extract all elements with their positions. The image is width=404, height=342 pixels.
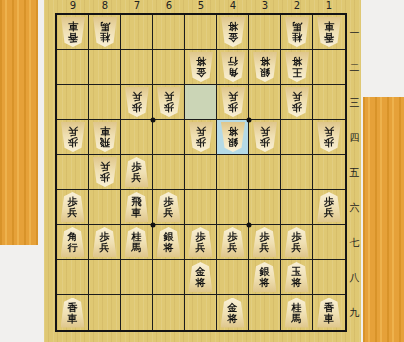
cell-3六[interactable] <box>249 190 281 225</box>
gote-silver-general[interactable]: 銀将 <box>252 52 277 82</box>
piece-kanji: 飛 <box>132 196 142 207</box>
piece-kanji: 将 <box>196 277 206 288</box>
piece-kanji: 銀 <box>260 266 270 277</box>
hoshi-dot <box>247 223 252 228</box>
cell-7七[interactable]: 桂馬 <box>121 225 153 260</box>
sente-knight[interactable]: 桂馬 <box>284 298 309 328</box>
gote-silver-general[interactable]: 銀将 <box>220 122 245 152</box>
piece-kanji: 兵 <box>324 207 334 218</box>
cell-1三[interactable] <box>313 85 345 120</box>
gote-pawn[interactable]: 歩兵 <box>188 122 213 152</box>
rank-label-三: 三 <box>348 85 361 120</box>
piece-kanji: 歩 <box>292 231 302 242</box>
cell-3四[interactable]: 歩兵 <box>249 120 281 155</box>
piece-kanji: 兵 <box>164 207 174 218</box>
piece-kanji: 金 <box>196 67 206 78</box>
cell-7八[interactable] <box>121 260 153 295</box>
sente-pawn[interactable]: 歩兵 <box>317 192 342 222</box>
cell-2七[interactable]: 歩兵 <box>281 225 313 260</box>
gote-lance[interactable]: 香車 <box>60 17 85 47</box>
cell-4九[interactable]: 金将 <box>217 295 249 330</box>
cell-3二[interactable]: 銀将 <box>249 50 281 85</box>
gote-pawn[interactable]: 歩兵 <box>252 122 277 152</box>
gote-pawn[interactable]: 歩兵 <box>284 87 309 117</box>
cell-1四[interactable]: 歩兵 <box>313 120 345 155</box>
cell-6二[interactable] <box>153 50 185 85</box>
piece-kanji: 将 <box>260 56 270 67</box>
piece-kanji: 歩 <box>228 102 238 113</box>
piece-kanji: 将 <box>292 56 302 67</box>
cell-2四[interactable] <box>281 120 313 155</box>
rank-label-四: 四 <box>348 120 361 155</box>
piece-kanji: 歩 <box>324 137 334 148</box>
piece-kanji: 金 <box>228 302 238 313</box>
cell-8二[interactable] <box>89 50 121 85</box>
cell-7二[interactable] <box>121 50 153 85</box>
cell-9二[interactable] <box>57 50 89 85</box>
cell-7一[interactable] <box>121 15 153 50</box>
file-label-4: 4 <box>217 0 249 12</box>
cell-9六[interactable]: 歩兵 <box>57 190 89 225</box>
gote-pawn[interactable]: 歩兵 <box>92 157 117 187</box>
cell-3九[interactable] <box>249 295 281 330</box>
piece-kanji: 兵 <box>292 91 302 102</box>
cell-2九[interactable]: 桂馬 <box>281 295 313 330</box>
rank-label-七: 七 <box>348 225 361 260</box>
cell-4八[interactable] <box>217 260 249 295</box>
cell-6九[interactable] <box>153 295 185 330</box>
piece-kanji: 歩 <box>228 231 238 242</box>
piece-kanji: 歩 <box>100 231 110 242</box>
file-label-6: 6 <box>153 0 185 12</box>
cell-5一[interactable] <box>185 15 217 50</box>
gote-gold-general[interactable]: 金将 <box>220 17 245 47</box>
piece-kanji: 飛 <box>100 137 110 148</box>
board-grid: 香車桂馬金将桂馬香車金将角行銀将王将歩兵歩兵歩兵歩兵歩兵飛車歩兵銀将歩兵歩兵歩兵… <box>55 13 347 332</box>
rank-label-二: 二 <box>348 50 361 85</box>
cell-6八[interactable] <box>153 260 185 295</box>
piece-kanji: 車 <box>324 21 334 32</box>
rank-label-九: 九 <box>348 295 361 330</box>
cell-9七[interactable]: 角行 <box>57 225 89 260</box>
cell-8八[interactable] <box>89 260 121 295</box>
piece-kanji: 角 <box>228 67 238 78</box>
piece-kanji: 兵 <box>228 91 238 102</box>
cell-2五[interactable] <box>281 155 313 190</box>
shogi-app-screen: 987654321 一二三四五六七八九 香車桂馬金将桂馬香車金将角行銀将王将歩兵… <box>0 0 404 342</box>
cell-5八[interactable]: 金将 <box>185 260 217 295</box>
rank-label-五: 五 <box>348 155 361 190</box>
file-label-8: 8 <box>89 0 121 12</box>
cell-8六[interactable] <box>89 190 121 225</box>
cell-3一[interactable] <box>249 15 281 50</box>
piece-kanji: 歩 <box>196 231 206 242</box>
cell-8一[interactable]: 桂馬 <box>89 15 121 50</box>
cell-1九[interactable]: 香車 <box>313 295 345 330</box>
cell-8九[interactable] <box>89 295 121 330</box>
piece-kanji: 歩 <box>260 137 270 148</box>
gote-pawn[interactable]: 歩兵 <box>60 122 85 152</box>
gote-pawn[interactable]: 歩兵 <box>124 87 149 117</box>
cell-5四[interactable]: 歩兵 <box>185 120 217 155</box>
gote-gold-general[interactable]: 金将 <box>188 52 213 82</box>
sente-gold-general[interactable]: 金将 <box>220 298 245 328</box>
piece-kanji: 馬 <box>100 21 110 32</box>
cell-9三[interactable] <box>57 85 89 120</box>
piece-kanji: 兵 <box>260 126 270 137</box>
cell-6一[interactable] <box>153 15 185 50</box>
cell-4二[interactable]: 角行 <box>217 50 249 85</box>
rank-labels: 一二三四五六七八九 <box>348 15 361 330</box>
piece-kanji: 行 <box>228 56 238 67</box>
sente-rook[interactable]: 飛車 <box>124 192 149 222</box>
gote-pawn[interactable]: 歩兵 <box>220 87 245 117</box>
cell-1五[interactable] <box>313 155 345 190</box>
piece-kanji: 兵 <box>292 242 302 253</box>
gote-rook[interactable]: 飛車 <box>92 122 117 152</box>
cell-1六[interactable]: 歩兵 <box>313 190 345 225</box>
piece-kanji: 兵 <box>132 91 142 102</box>
piece-kanji: 銀 <box>228 137 238 148</box>
piece-kanji: 将 <box>228 126 238 137</box>
sente-pawn[interactable]: 歩兵 <box>156 192 181 222</box>
file-label-3: 3 <box>249 0 281 12</box>
sente-pawn[interactable]: 歩兵 <box>124 157 149 187</box>
gote-king-gote[interactable]: 王将 <box>284 52 309 82</box>
cell-4三[interactable]: 歩兵 <box>217 85 249 120</box>
piece-kanji: 馬 <box>292 21 302 32</box>
piece-kanji: 金 <box>196 266 206 277</box>
cell-5九[interactable] <box>185 295 217 330</box>
piece-kanji: 香 <box>324 32 334 43</box>
cell-9四[interactable]: 歩兵 <box>57 120 89 155</box>
piece-kanji: 兵 <box>324 126 334 137</box>
cell-5三[interactable] <box>185 85 217 120</box>
piece-kanji: 桂 <box>132 231 142 242</box>
piece-kanji: 歩 <box>100 172 110 183</box>
piece-kanji: 兵 <box>132 172 142 183</box>
hoshi-dot <box>247 118 252 123</box>
sente-pawn[interactable]: 歩兵 <box>220 227 245 257</box>
cell-7三[interactable]: 歩兵 <box>121 85 153 120</box>
file-label-2: 2 <box>281 0 313 12</box>
cell-2二[interactable]: 王将 <box>281 50 313 85</box>
piece-kanji: 歩 <box>164 196 174 207</box>
piece-kanji: 馬 <box>292 313 302 324</box>
gote-knight[interactable]: 桂馬 <box>92 17 117 47</box>
piece-kanji: 車 <box>100 126 110 137</box>
file-label-5: 5 <box>185 0 217 12</box>
cell-6五[interactable] <box>153 155 185 190</box>
piece-kanji: 将 <box>292 277 302 288</box>
cell-4四[interactable]: 銀将 <box>217 120 249 155</box>
rank-label-八: 八 <box>348 260 361 295</box>
piece-kanji: 馬 <box>132 242 142 253</box>
cell-1一[interactable]: 香車 <box>313 15 345 50</box>
cell-9一[interactable]: 香車 <box>57 15 89 50</box>
sente-lance[interactable]: 香車 <box>317 298 342 328</box>
cell-7九[interactable] <box>121 295 153 330</box>
hoshi-dot <box>151 223 156 228</box>
cell-4七[interactable]: 歩兵 <box>217 225 249 260</box>
piece-kanji: 将 <box>228 21 238 32</box>
sente-king-sente[interactable]: 玉将 <box>284 262 309 292</box>
gote-knight[interactable]: 桂馬 <box>284 17 309 47</box>
piece-kanji: 桂 <box>100 32 110 43</box>
cell-3八[interactable]: 銀将 <box>249 260 281 295</box>
piece-kanji: 香 <box>68 302 78 313</box>
sente-pawn[interactable]: 歩兵 <box>284 227 309 257</box>
piece-kanji: 車 <box>132 207 142 218</box>
hoshi-dot <box>151 118 156 123</box>
cell-6六[interactable]: 歩兵 <box>153 190 185 225</box>
piece-kanji: 車 <box>68 313 78 324</box>
cell-1二[interactable] <box>313 50 345 85</box>
cell-2八[interactable]: 玉将 <box>281 260 313 295</box>
piece-kanji: 香 <box>324 302 334 313</box>
piece-kanji: 兵 <box>196 242 206 253</box>
piece-kanji: 銀 <box>260 67 270 78</box>
piece-kanji: 車 <box>324 313 334 324</box>
piece-kanji: 金 <box>228 32 238 43</box>
cell-2一[interactable]: 桂馬 <box>281 15 313 50</box>
cell-2三[interactable]: 歩兵 <box>281 85 313 120</box>
cell-8七[interactable]: 歩兵 <box>89 225 121 260</box>
sente-knight[interactable]: 桂馬 <box>124 227 149 257</box>
piece-kanji: 歩 <box>260 231 270 242</box>
piece-kanji: 歩 <box>324 196 334 207</box>
gote-bishop[interactable]: 角行 <box>220 52 245 82</box>
sente-silver-general[interactable]: 銀将 <box>252 262 277 292</box>
sente-pawn[interactable]: 歩兵 <box>252 227 277 257</box>
cell-1八[interactable] <box>313 260 345 295</box>
piece-kanji: 歩 <box>132 161 142 172</box>
sente-bishop[interactable]: 角行 <box>60 227 85 257</box>
cell-9八[interactable] <box>57 260 89 295</box>
cell-4一[interactable]: 金将 <box>217 15 249 50</box>
gote-pawn[interactable]: 歩兵 <box>317 122 342 152</box>
cell-8五[interactable]: 歩兵 <box>89 155 121 190</box>
piece-kanji: 歩 <box>196 137 206 148</box>
cell-5二[interactable]: 金将 <box>185 50 217 85</box>
rank-label-六: 六 <box>348 190 361 225</box>
cell-3三[interactable] <box>249 85 281 120</box>
piece-kanji: 兵 <box>164 91 174 102</box>
piece-kanji: 兵 <box>100 242 110 253</box>
cell-4六[interactable] <box>217 190 249 225</box>
piece-kanji: 将 <box>260 277 270 288</box>
rank-label-一: 一 <box>348 15 361 50</box>
cell-3七[interactable]: 歩兵 <box>249 225 281 260</box>
cell-7六[interactable]: 飛車 <box>121 190 153 225</box>
cell-5六[interactable] <box>185 190 217 225</box>
cell-2六[interactable] <box>281 190 313 225</box>
sente-pawn[interactable]: 歩兵 <box>188 227 213 257</box>
piece-kanji: 兵 <box>68 126 78 137</box>
sente-lance[interactable]: 香車 <box>60 298 85 328</box>
cell-6三[interactable]: 歩兵 <box>153 85 185 120</box>
file-labels: 987654321 <box>57 0 345 12</box>
piece-kanji: 歩 <box>132 102 142 113</box>
sente-pawn[interactable]: 歩兵 <box>92 227 117 257</box>
sente-silver-general[interactable]: 銀将 <box>156 227 181 257</box>
piece-kanji: 兵 <box>196 126 206 137</box>
cell-7四[interactable] <box>121 120 153 155</box>
piece-kanji: 歩 <box>292 102 302 113</box>
sente-piece-stand <box>363 97 404 342</box>
cell-6七[interactable]: 銀将 <box>153 225 185 260</box>
cell-1七[interactable] <box>313 225 345 260</box>
sente-gold-general[interactable]: 金将 <box>188 262 213 292</box>
file-label-9: 9 <box>57 0 89 12</box>
piece-kanji: 桂 <box>292 302 302 313</box>
piece-kanji: 行 <box>68 242 78 253</box>
piece-kanji: 桂 <box>292 32 302 43</box>
piece-kanji: 玉 <box>292 266 302 277</box>
cell-8四[interactable]: 飛車 <box>89 120 121 155</box>
piece-kanji: 兵 <box>100 161 110 172</box>
piece-kanji: 歩 <box>68 137 78 148</box>
piece-kanji: 車 <box>68 21 78 32</box>
piece-kanji: 兵 <box>228 242 238 253</box>
piece-kanji: 将 <box>196 56 206 67</box>
cell-5五[interactable] <box>185 155 217 190</box>
piece-kanji: 歩 <box>164 102 174 113</box>
piece-kanji: 王 <box>292 67 302 78</box>
piece-kanji: 兵 <box>260 242 270 253</box>
piece-kanji: 将 <box>228 313 238 324</box>
piece-kanji: 将 <box>164 242 174 253</box>
piece-kanji: 銀 <box>164 231 174 242</box>
piece-kanji: 角 <box>68 231 78 242</box>
cell-8三[interactable] <box>89 85 121 120</box>
cell-9五[interactable] <box>57 155 89 190</box>
cell-4五[interactable] <box>217 155 249 190</box>
cell-7五[interactable]: 歩兵 <box>121 155 153 190</box>
piece-kanji: 兵 <box>68 207 78 218</box>
file-label-7: 7 <box>121 0 153 12</box>
sente-pawn[interactable]: 歩兵 <box>60 192 85 222</box>
cell-5七[interactable]: 歩兵 <box>185 225 217 260</box>
gote-piece-stand <box>0 0 38 245</box>
file-label-1: 1 <box>313 0 345 12</box>
cell-6四[interactable] <box>153 120 185 155</box>
gote-pawn[interactable]: 歩兵 <box>156 87 181 117</box>
gote-lance[interactable]: 香車 <box>317 17 342 47</box>
cell-9九[interactable]: 香車 <box>57 295 89 330</box>
cell-3五[interactable] <box>249 155 281 190</box>
piece-kanji: 香 <box>68 32 78 43</box>
piece-kanji: 歩 <box>68 196 78 207</box>
